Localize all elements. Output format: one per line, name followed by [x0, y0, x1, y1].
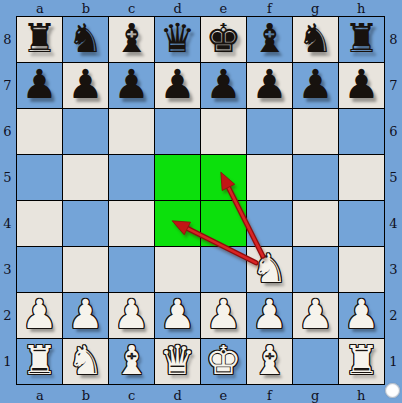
rank-label-4: 4 [386, 201, 401, 247]
piece-black-knight[interactable]: ♞ [68, 16, 104, 61]
piece-white-pawn[interactable]: ♟ [344, 292, 380, 337]
file-label-h: h [338, 0, 384, 16]
piece-white-queen[interactable]: ♛ [160, 338, 196, 383]
rank-label-2: 2 [386, 292, 401, 338]
square-e8[interactable]: ♚ [201, 17, 246, 62]
square-a6[interactable] [17, 109, 62, 154]
piece-white-pawn[interactable]: ♟ [22, 292, 58, 337]
square-f8[interactable]: ♝ [247, 17, 292, 62]
square-g1[interactable] [293, 339, 338, 384]
square-d7[interactable]: ♟ [155, 63, 200, 108]
square-a2[interactable]: ♟ [17, 293, 62, 338]
piece-black-king[interactable]: ♚ [206, 16, 242, 61]
square-a4[interactable] [17, 201, 62, 246]
square-c5[interactable] [109, 155, 154, 200]
file-label-g: g [292, 0, 338, 16]
square-b6[interactable] [63, 109, 108, 154]
piece-black-rook[interactable]: ♜ [344, 16, 380, 61]
chess-board: ♜♞♝♛♚♝♞♜♟♟♟♟♟♟♟♟♞♟♟♟♟♟♟♟♟♜♞♝♛♚♝♜ [16, 16, 385, 385]
piece-black-bishop[interactable]: ♝ [114, 16, 150, 61]
square-f5[interactable] [247, 155, 292, 200]
file-label-f: f [246, 387, 292, 403]
piece-white-king[interactable]: ♚ [206, 338, 242, 383]
piece-white-pawn[interactable]: ♟ [114, 292, 150, 337]
white-to-move-indicator-circle [385, 383, 400, 398]
square-d5[interactable] [155, 155, 200, 200]
piece-white-pawn[interactable]: ♟ [206, 292, 242, 337]
square-b8[interactable]: ♞ [63, 17, 108, 62]
square-c6[interactable] [109, 109, 154, 154]
square-c2[interactable]: ♟ [109, 293, 154, 338]
square-d1[interactable]: ♛ [155, 339, 200, 384]
file-label-g: g [292, 387, 338, 403]
rank-label-5: 5 [0, 155, 15, 201]
file-label-e: e [201, 387, 247, 403]
square-b2[interactable]: ♟ [63, 293, 108, 338]
piece-black-pawn[interactable]: ♟ [252, 62, 288, 107]
square-h8[interactable]: ♜ [339, 17, 384, 62]
rank-label-4: 4 [0, 201, 15, 247]
file-label-b: b [63, 387, 109, 403]
file-label-b: b [63, 0, 109, 16]
chessboard-app: abcdefgh abcdefgh 87654321 87654321 ♜♞♝♛… [0, 0, 402, 403]
square-d3[interactable] [155, 247, 200, 292]
square-b3[interactable] [63, 247, 108, 292]
square-e7[interactable]: ♟ [201, 63, 246, 108]
rank-label-1: 1 [0, 338, 15, 384]
square-e2[interactable]: ♟ [201, 293, 246, 338]
square-d6[interactable] [155, 109, 200, 154]
rank-label-3: 3 [386, 246, 401, 292]
square-c8[interactable]: ♝ [109, 17, 154, 62]
file-label-d: d [155, 387, 201, 403]
piece-white-pawn[interactable]: ♟ [252, 292, 288, 337]
square-d4[interactable] [155, 201, 200, 246]
square-a1[interactable]: ♜ [17, 339, 62, 384]
square-h5[interactable] [339, 155, 384, 200]
square-c1[interactable]: ♝ [109, 339, 154, 384]
rank-label-5: 5 [386, 155, 401, 201]
file-label-c: c [109, 387, 155, 403]
piece-white-knight[interactable]: ♞ [68, 338, 104, 383]
square-g2[interactable]: ♟ [293, 293, 338, 338]
file-label-d: d [155, 0, 201, 16]
square-c7[interactable]: ♟ [109, 63, 154, 108]
rank-label-8: 8 [386, 17, 401, 63]
square-f3[interactable]: ♞ [247, 247, 292, 292]
square-b1[interactable]: ♞ [63, 339, 108, 384]
square-e5[interactable] [201, 155, 246, 200]
piece-black-queen[interactable]: ♛ [160, 16, 196, 61]
file-labels-top: abcdefgh [17, 0, 384, 16]
rank-label-6: 6 [0, 109, 15, 155]
rank-label-1: 1 [386, 338, 401, 384]
rank-label-7: 7 [0, 63, 15, 109]
square-d2[interactable]: ♟ [155, 293, 200, 338]
rank-label-7: 7 [386, 63, 401, 109]
piece-black-bishop[interactable]: ♝ [252, 16, 288, 61]
piece-white-pawn[interactable]: ♟ [298, 292, 334, 337]
square-g8[interactable]: ♞ [293, 17, 338, 62]
square-e4[interactable] [201, 201, 246, 246]
file-labels-bottom: abcdefgh [17, 387, 384, 403]
file-label-a: a [17, 0, 63, 16]
rank-labels-right: 87654321 [386, 17, 401, 384]
square-b7[interactable]: ♟ [63, 63, 108, 108]
piece-white-bishop[interactable]: ♝ [252, 338, 288, 383]
piece-black-pawn[interactable]: ♟ [206, 62, 242, 107]
square-e3[interactable] [201, 247, 246, 292]
piece-white-bishop[interactable]: ♝ [114, 338, 150, 383]
square-d8[interactable]: ♛ [155, 17, 200, 62]
square-h4[interactable] [339, 201, 384, 246]
square-a8[interactable]: ♜ [17, 17, 62, 62]
piece-black-pawn[interactable]: ♟ [160, 62, 196, 107]
square-h3[interactable] [339, 247, 384, 292]
rank-label-6: 6 [386, 109, 401, 155]
piece-white-rook[interactable]: ♜ [344, 338, 380, 383]
square-b4[interactable] [63, 201, 108, 246]
rank-label-2: 2 [0, 292, 15, 338]
square-f1[interactable]: ♝ [247, 339, 292, 384]
square-f2[interactable]: ♟ [247, 293, 292, 338]
file-label-f: f [246, 0, 292, 16]
piece-black-rook[interactable]: ♜ [22, 16, 58, 61]
square-h7[interactable]: ♟ [339, 63, 384, 108]
piece-black-pawn[interactable]: ♟ [298, 62, 334, 107]
square-g3[interactable] [293, 247, 338, 292]
square-f7[interactable]: ♟ [247, 63, 292, 108]
piece-black-knight[interactable]: ♞ [298, 16, 334, 61]
square-f4[interactable] [247, 201, 292, 246]
square-g5[interactable] [293, 155, 338, 200]
square-e1[interactable]: ♚ [201, 339, 246, 384]
file-label-e: e [201, 0, 247, 16]
square-f6[interactable] [247, 109, 292, 154]
rank-label-3: 3 [0, 246, 15, 292]
square-c3[interactable] [109, 247, 154, 292]
square-g7[interactable]: ♟ [293, 63, 338, 108]
square-e6[interactable] [201, 109, 246, 154]
file-label-c: c [109, 0, 155, 16]
square-a5[interactable] [17, 155, 62, 200]
square-a3[interactable] [17, 247, 62, 292]
file-label-a: a [17, 387, 63, 403]
square-h6[interactable] [339, 109, 384, 154]
rank-label-8: 8 [0, 17, 15, 63]
piece-black-pawn[interactable]: ♟ [68, 62, 104, 107]
square-b5[interactable] [63, 155, 108, 200]
square-a7[interactable]: ♟ [17, 63, 62, 108]
piece-white-knight[interactable]: ♞ [252, 246, 288, 291]
square-g6[interactable] [293, 109, 338, 154]
piece-white-rook[interactable]: ♜ [22, 338, 58, 383]
file-label-h: h [338, 387, 384, 403]
square-g4[interactable] [293, 201, 338, 246]
piece-white-pawn[interactable]: ♟ [68, 292, 104, 337]
square-h2[interactable]: ♟ [339, 293, 384, 338]
piece-black-pawn[interactable]: ♟ [114, 62, 150, 107]
piece-black-pawn[interactable]: ♟ [344, 62, 380, 107]
rank-labels-left: 87654321 [0, 17, 15, 384]
square-h1[interactable]: ♜ [339, 339, 384, 384]
square-c4[interactable] [109, 201, 154, 246]
piece-white-pawn[interactable]: ♟ [160, 292, 196, 337]
piece-black-pawn[interactable]: ♟ [22, 62, 58, 107]
